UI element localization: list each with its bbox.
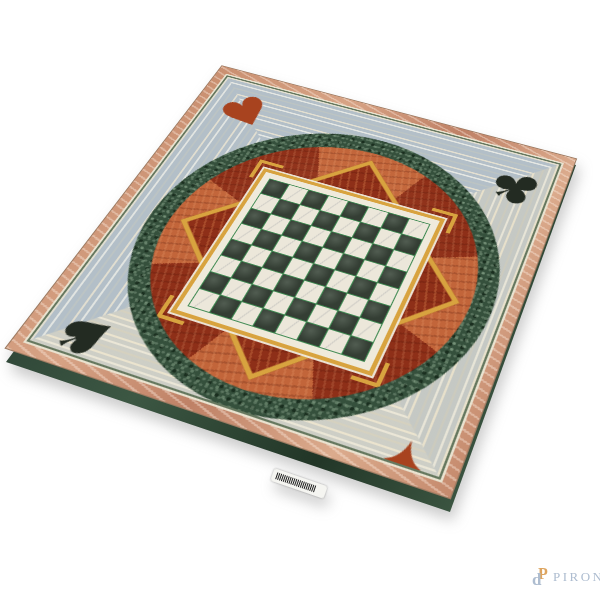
board-frame (170, 168, 445, 376)
games-table-slab: ♥ ♣ ♠ (6, 66, 576, 498)
barcode (275, 472, 317, 492)
barcode-sticker (270, 468, 327, 499)
watermark-text: PIRONE (553, 569, 600, 585)
games-table-scene: ♥ ♣ ♠ (0, 0, 600, 600)
photo-stage: ♥ ♣ ♠ P d PIRONE (0, 0, 600, 600)
pirone-monogram: P d (532, 565, 549, 588)
monogram-d: d (532, 570, 541, 590)
pirone-watermark: P d PIRONE (532, 565, 600, 588)
